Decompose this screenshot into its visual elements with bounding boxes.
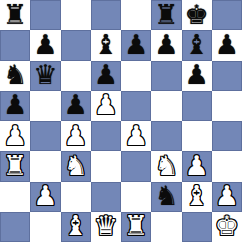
piece-black-king[interactable]: ♚ — [185, 1, 209, 28]
square-c6[interactable] — [61, 61, 91, 91]
square-f1[interactable] — [151, 212, 181, 242]
piece-black-knight[interactable]: ♞ — [154, 182, 178, 209]
square-d1[interactable]: ♛ — [91, 212, 121, 242]
piece-black-pawn[interactable]: ♟ — [185, 61, 209, 88]
square-d2[interactable] — [91, 182, 121, 212]
piece-black-rook[interactable]: ♜ — [154, 1, 178, 28]
square-e5[interactable] — [121, 91, 151, 121]
square-e1[interactable]: ♜ — [121, 212, 151, 242]
square-c4[interactable]: ♟ — [61, 121, 91, 151]
piece-white-pawn[interactable]: ♟ — [64, 122, 88, 149]
square-e6[interactable] — [121, 61, 151, 91]
piece-black-pawn[interactable]: ♟ — [3, 91, 27, 118]
square-g3[interactable]: ♟ — [182, 151, 212, 181]
square-f4[interactable] — [151, 121, 181, 151]
square-f6[interactable] — [151, 61, 181, 91]
piece-white-pawn[interactable]: ♟ — [33, 182, 57, 209]
piece-white-pawn[interactable]: ♟ — [215, 182, 239, 209]
square-h6[interactable] — [212, 61, 242, 91]
square-f8[interactable]: ♜ — [151, 0, 181, 30]
square-h4[interactable] — [212, 121, 242, 151]
square-d7[interactable]: ♝ — [91, 30, 121, 60]
square-e4[interactable]: ♟ — [121, 121, 151, 151]
square-a5[interactable]: ♟ — [0, 91, 30, 121]
square-c1[interactable]: ♝ — [61, 212, 91, 242]
square-b5[interactable] — [30, 91, 60, 121]
square-f5[interactable] — [151, 91, 181, 121]
piece-white-pawn[interactable]: ♟ — [185, 152, 209, 179]
square-f7[interactable]: ♟ — [151, 30, 181, 60]
piece-white-rook[interactable]: ♜ — [124, 212, 148, 239]
piece-white-bishop[interactable]: ♝ — [64, 212, 88, 239]
square-a3[interactable]: ♜ — [0, 151, 30, 181]
piece-black-pawn[interactable]: ♟ — [64, 91, 88, 118]
piece-black-pawn[interactable]: ♟ — [124, 31, 148, 58]
square-a6[interactable]: ♞ — [0, 61, 30, 91]
square-h1[interactable]: ♚ — [212, 212, 242, 242]
square-b6[interactable]: ♛ — [30, 61, 60, 91]
square-e2[interactable] — [121, 182, 151, 212]
piece-black-pawn[interactable]: ♟ — [33, 31, 57, 58]
square-g8[interactable]: ♚ — [182, 0, 212, 30]
square-g5[interactable] — [182, 91, 212, 121]
piece-white-pawn[interactable]: ♟ — [94, 91, 118, 118]
square-g1[interactable] — [182, 212, 212, 242]
square-c7[interactable] — [61, 30, 91, 60]
square-g2[interactable]: ♝ — [182, 182, 212, 212]
square-g7[interactable]: ♝ — [182, 30, 212, 60]
chess-board: ♜♜♚♟♝♟♟♝♟♞♛♟♟♟♟♟♟♟♟♜♞♞♟♟♞♝♟♝♛♜♚ — [0, 0, 242, 242]
square-c5[interactable]: ♟ — [61, 91, 91, 121]
piece-black-bishop[interactable]: ♝ — [185, 31, 209, 58]
square-c2[interactable] — [61, 182, 91, 212]
square-d3[interactable] — [91, 151, 121, 181]
square-a2[interactable] — [0, 182, 30, 212]
piece-black-rook[interactable]: ♜ — [3, 1, 27, 28]
square-a4[interactable]: ♟ — [0, 121, 30, 151]
square-h7[interactable]: ♟ — [212, 30, 242, 60]
square-b8[interactable] — [30, 0, 60, 30]
square-c8[interactable] — [61, 0, 91, 30]
piece-black-pawn[interactable]: ♟ — [94, 61, 118, 88]
piece-black-pawn[interactable]: ♟ — [215, 31, 239, 58]
square-d6[interactable]: ♟ — [91, 61, 121, 91]
piece-white-bishop[interactable]: ♝ — [185, 182, 209, 209]
square-f3[interactable]: ♞ — [151, 151, 181, 181]
square-g4[interactable] — [182, 121, 212, 151]
piece-white-knight[interactable]: ♞ — [64, 152, 88, 179]
square-h8[interactable] — [212, 0, 242, 30]
piece-white-queen[interactable]: ♛ — [94, 212, 118, 239]
piece-black-pawn[interactable]: ♟ — [154, 31, 178, 58]
square-f2[interactable]: ♞ — [151, 182, 181, 212]
square-e7[interactable]: ♟ — [121, 30, 151, 60]
piece-white-rook[interactable]: ♜ — [3, 152, 27, 179]
piece-white-knight[interactable]: ♞ — [154, 152, 178, 179]
square-b1[interactable] — [30, 212, 60, 242]
square-e3[interactable] — [121, 151, 151, 181]
square-h2[interactable]: ♟ — [212, 182, 242, 212]
piece-black-queen[interactable]: ♛ — [33, 61, 57, 88]
square-a7[interactable] — [0, 30, 30, 60]
square-b7[interactable]: ♟ — [30, 30, 60, 60]
square-d5[interactable]: ♟ — [91, 91, 121, 121]
square-d8[interactable] — [91, 0, 121, 30]
square-g6[interactable]: ♟ — [182, 61, 212, 91]
square-b4[interactable] — [30, 121, 60, 151]
square-a1[interactable] — [0, 212, 30, 242]
square-h3[interactable] — [212, 151, 242, 181]
piece-white-pawn[interactable]: ♟ — [124, 122, 148, 149]
piece-black-knight[interactable]: ♞ — [3, 61, 27, 88]
square-e8[interactable] — [121, 0, 151, 30]
square-a8[interactable]: ♜ — [0, 0, 30, 30]
piece-white-king[interactable]: ♚ — [215, 212, 239, 239]
square-c3[interactable]: ♞ — [61, 151, 91, 181]
square-d4[interactable] — [91, 121, 121, 151]
square-h5[interactable] — [212, 91, 242, 121]
square-b3[interactable] — [30, 151, 60, 181]
square-b2[interactable]: ♟ — [30, 182, 60, 212]
piece-white-pawn[interactable]: ♟ — [3, 122, 27, 149]
piece-black-bishop[interactable]: ♝ — [94, 31, 118, 58]
